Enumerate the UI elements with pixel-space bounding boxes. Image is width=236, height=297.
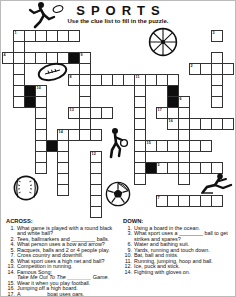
clue-number: 1. <box>6 226 17 237</box>
cell-number: 10 <box>37 86 41 90</box>
clue-number: 17. <box>6 292 17 297</box>
down-clues: DOWN: 1.Using a board in the ocean.3.Wha… <box>123 219 235 275</box>
cell-number: 2 <box>191 64 193 68</box>
grid-cell[interactable] <box>134 173 146 185</box>
worksheet-page: SPORTS Use the clue list to fill in the … <box>0 0 236 297</box>
clue-item: 17.A ________ boat uses oars. <box>6 292 119 297</box>
clue-number: 14. <box>123 270 134 276</box>
clue-item: 1.What game is played with a round black… <box>6 226 119 237</box>
cell-number: 16 <box>169 119 173 123</box>
clue-item: 14.Famous Song:Take Me Out To The ______… <box>6 270 119 281</box>
cell-number: 14 <box>59 130 63 134</box>
grid-cell[interactable] <box>211 96 223 108</box>
basketball-player-icon <box>103 127 131 159</box>
cell-number: 7 <box>158 196 160 200</box>
grid-cell[interactable] <box>101 107 113 119</box>
down-header: DOWN: <box>123 219 235 225</box>
grid-cell[interactable] <box>35 162 47 174</box>
clue-text: What game is played with a round black a… <box>17 226 119 237</box>
grid-cell[interactable] <box>222 63 234 75</box>
cell-number: 8 <box>70 75 72 79</box>
grid-cell[interactable] <box>200 140 212 152</box>
cell-number: 5 <box>158 163 160 167</box>
cell-number: 1 <box>15 31 17 35</box>
grid-cell[interactable] <box>222 118 234 130</box>
grid-cell[interactable] <box>178 173 190 185</box>
cell-number: 13 <box>70 108 74 112</box>
football-player-icon <box>27 1 77 29</box>
clue-number: 14. <box>6 270 17 281</box>
across-header: ACROSS: <box>6 219 119 225</box>
grid-cell[interactable] <box>57 184 69 196</box>
cell-number: 9 <box>81 53 83 57</box>
grid-cell[interactable] <box>90 206 102 218</box>
american-football-icon <box>37 62 68 82</box>
soccer-player-icon <box>199 173 235 196</box>
grid-cell[interactable] <box>90 129 102 141</box>
cell-number: 12 <box>92 152 96 156</box>
basketball-icon <box>148 27 178 57</box>
cell-number: 4 <box>4 53 6 57</box>
across-clues: ACROSS: 1.What game is played with a rou… <box>6 219 119 297</box>
clue-text: Fighting with gloves on. <box>134 270 235 276</box>
clue-text: Famous Song:Take Me Out To The ________ … <box>17 270 119 281</box>
cell-number: 15 <box>147 141 151 145</box>
cell-number: 11 <box>136 75 140 79</box>
clue-item: 14.Fighting with gloves on. <box>123 270 235 276</box>
cell-number: 3 <box>213 31 215 35</box>
grid-cell[interactable] <box>68 30 80 42</box>
clue-text: A ________ boat uses oars. <box>17 292 119 297</box>
cell-number: 6 <box>180 97 182 101</box>
baseball-icon <box>13 175 39 201</box>
soccer-ball-icon <box>105 181 131 207</box>
grid-cell[interactable] <box>211 195 223 207</box>
grid-cell[interactable]: 3 <box>211 30 223 42</box>
cell-number: 17 <box>158 108 162 112</box>
